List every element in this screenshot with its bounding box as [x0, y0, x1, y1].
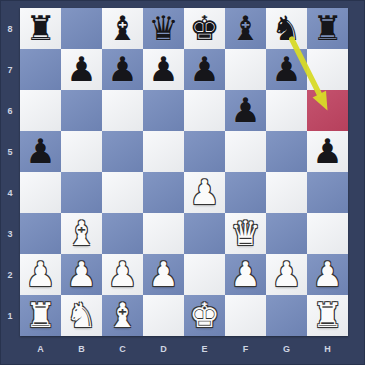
- piece-black-king[interactable]: ♚: [189, 11, 219, 47]
- square-g7[interactable]: ♟: [266, 49, 307, 90]
- square-h5[interactable]: ♟: [307, 131, 348, 172]
- square-e4[interactable]: ♟: [184, 172, 225, 213]
- square-f5[interactable]: [225, 131, 266, 172]
- square-b4[interactable]: [61, 172, 102, 213]
- square-a5[interactable]: ♟: [20, 131, 61, 172]
- square-b1[interactable]: ♞: [61, 295, 102, 336]
- piece-white-pawn[interactable]: ♟: [189, 175, 219, 211]
- square-d1[interactable]: [143, 295, 184, 336]
- square-a7[interactable]: [20, 49, 61, 90]
- square-d6[interactable]: [143, 90, 184, 131]
- file-label-h: H: [307, 340, 348, 358]
- rank-labels: 87654321: [0, 8, 20, 336]
- piece-white-pawn[interactable]: ♟: [271, 257, 301, 293]
- rank-label-7: 7: [0, 49, 20, 90]
- square-b5[interactable]: [61, 131, 102, 172]
- square-c5[interactable]: [102, 131, 143, 172]
- square-a4[interactable]: [20, 172, 61, 213]
- piece-white-rook[interactable]: ♜: [312, 298, 342, 334]
- square-e6[interactable]: [184, 90, 225, 131]
- piece-white-pawn[interactable]: ♟: [312, 257, 342, 293]
- rank-label-3: 3: [0, 213, 20, 254]
- square-f8[interactable]: ♝: [225, 8, 266, 49]
- square-g8[interactable]: ♞: [266, 8, 307, 49]
- square-b2[interactable]: ♟: [61, 254, 102, 295]
- square-c1[interactable]: ♝: [102, 295, 143, 336]
- piece-white-pawn[interactable]: ♟: [25, 257, 55, 293]
- square-d7[interactable]: ♟: [143, 49, 184, 90]
- square-g5[interactable]: [266, 131, 307, 172]
- piece-white-bishop[interactable]: ♝: [107, 298, 137, 334]
- piece-black-pawn[interactable]: ♟: [312, 134, 342, 170]
- piece-black-pawn[interactable]: ♟: [66, 52, 96, 88]
- file-label-g: G: [266, 340, 307, 358]
- chess-board: ♜♝♛♚♝♞♜♟♟♟♟♟♟♟♟♟♝♛♟♟♟♟♟♟♟♜♞♝♚♜: [20, 8, 348, 336]
- file-label-e: E: [184, 340, 225, 358]
- piece-black-queen[interactable]: ♛: [148, 11, 178, 47]
- piece-black-pawn[interactable]: ♟: [107, 52, 137, 88]
- square-h3[interactable]: [307, 213, 348, 254]
- square-e7[interactable]: ♟: [184, 49, 225, 90]
- rank-label-2: 2: [0, 254, 20, 295]
- square-g6[interactable]: [266, 90, 307, 131]
- piece-black-pawn[interactable]: ♟: [230, 93, 260, 129]
- square-h1[interactable]: ♜: [307, 295, 348, 336]
- piece-black-bishop[interactable]: ♝: [230, 11, 260, 47]
- file-label-f: F: [225, 340, 266, 358]
- square-e8[interactable]: ♚: [184, 8, 225, 49]
- square-h8[interactable]: ♜: [307, 8, 348, 49]
- square-c6[interactable]: [102, 90, 143, 131]
- piece-white-queen[interactable]: ♛: [230, 216, 260, 252]
- square-c8[interactable]: ♝: [102, 8, 143, 49]
- square-a2[interactable]: ♟: [20, 254, 61, 295]
- square-g2[interactable]: ♟: [266, 254, 307, 295]
- rank-label-5: 5: [0, 131, 20, 172]
- square-f1[interactable]: [225, 295, 266, 336]
- piece-black-pawn[interactable]: ♟: [271, 52, 301, 88]
- square-c2[interactable]: ♟: [102, 254, 143, 295]
- square-f2[interactable]: ♟: [225, 254, 266, 295]
- piece-white-rook[interactable]: ♜: [25, 298, 55, 334]
- piece-black-pawn[interactable]: ♟: [148, 52, 178, 88]
- rank-label-4: 4: [0, 172, 20, 213]
- rank-label-6: 6: [0, 90, 20, 131]
- file-labels: ABCDEFGH: [20, 340, 348, 358]
- piece-black-bishop[interactable]: ♝: [107, 11, 137, 47]
- square-g1[interactable]: [266, 295, 307, 336]
- file-label-a: A: [20, 340, 61, 358]
- square-d5[interactable]: [143, 131, 184, 172]
- square-c3[interactable]: [102, 213, 143, 254]
- chess-board-frame: 87654321 ♜♝♛♚♝♞♜♟♟♟♟♟♟♟♟♟♝♛♟♟♟♟♟♟♟♜♞♝♚♜ …: [0, 0, 365, 365]
- square-b8[interactable]: [61, 8, 102, 49]
- square-f4[interactable]: [225, 172, 266, 213]
- square-b6[interactable]: [61, 90, 102, 131]
- piece-white-king[interactable]: ♚: [189, 298, 219, 334]
- square-f6[interactable]: ♟: [225, 90, 266, 131]
- square-b7[interactable]: ♟: [61, 49, 102, 90]
- square-d4[interactable]: [143, 172, 184, 213]
- piece-black-pawn[interactable]: ♟: [25, 134, 55, 170]
- file-label-d: D: [143, 340, 184, 358]
- piece-white-bishop[interactable]: ♝: [66, 216, 96, 252]
- piece-white-knight[interactable]: ♞: [66, 298, 96, 334]
- file-label-c: C: [102, 340, 143, 358]
- square-h6[interactable]: [307, 90, 348, 131]
- square-c4[interactable]: [102, 172, 143, 213]
- square-e5[interactable]: [184, 131, 225, 172]
- piece-black-pawn[interactable]: ♟: [189, 52, 219, 88]
- piece-white-pawn[interactable]: ♟: [107, 257, 137, 293]
- square-a3[interactable]: [20, 213, 61, 254]
- square-h7[interactable]: [307, 49, 348, 90]
- square-g3[interactable]: [266, 213, 307, 254]
- piece-black-knight[interactable]: ♞: [271, 11, 301, 47]
- square-e2[interactable]: [184, 254, 225, 295]
- square-h4[interactable]: [307, 172, 348, 213]
- square-a6[interactable]: [20, 90, 61, 131]
- square-g4[interactable]: [266, 172, 307, 213]
- square-f7[interactable]: [225, 49, 266, 90]
- square-e3[interactable]: [184, 213, 225, 254]
- rank-label-1: 1: [0, 295, 20, 336]
- square-d3[interactable]: [143, 213, 184, 254]
- square-d2[interactable]: ♟: [143, 254, 184, 295]
- square-a1[interactable]: ♜: [20, 295, 61, 336]
- square-d8[interactable]: ♛: [143, 8, 184, 49]
- piece-white-pawn[interactable]: ♟: [66, 257, 96, 293]
- piece-black-rook[interactable]: ♜: [25, 11, 55, 47]
- square-b3[interactable]: ♝: [61, 213, 102, 254]
- piece-white-pawn[interactable]: ♟: [230, 257, 260, 293]
- square-c7[interactable]: ♟: [102, 49, 143, 90]
- square-h2[interactable]: ♟: [307, 254, 348, 295]
- rank-label-8: 8: [0, 8, 20, 49]
- square-f3[interactable]: ♛: [225, 213, 266, 254]
- piece-white-pawn[interactable]: ♟: [148, 257, 178, 293]
- file-label-b: B: [61, 340, 102, 358]
- square-e1[interactable]: ♚: [184, 295, 225, 336]
- piece-black-rook[interactable]: ♜: [312, 11, 342, 47]
- square-a8[interactable]: ♜: [20, 8, 61, 49]
